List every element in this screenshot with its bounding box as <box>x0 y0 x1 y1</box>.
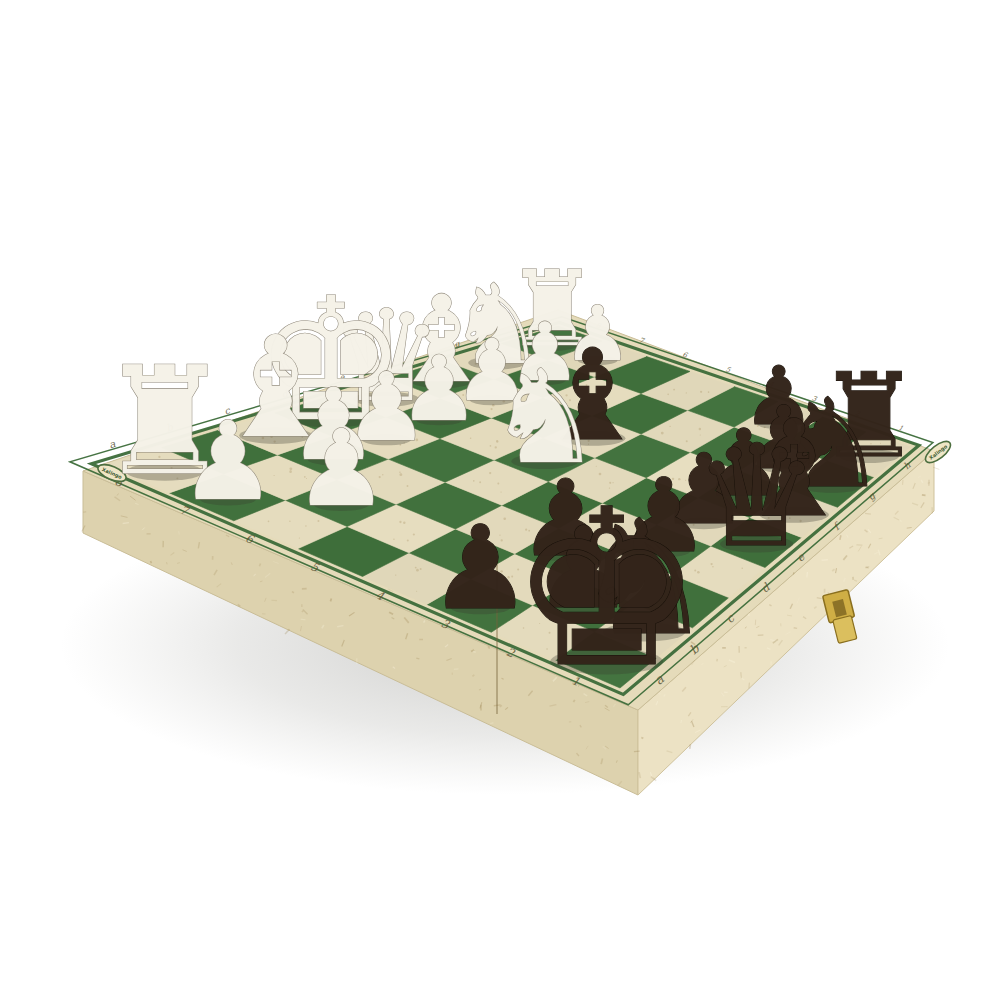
wood-grain-fleck <box>922 495 926 496</box>
wood-grain-fleck <box>416 658 419 659</box>
square-fleck <box>395 574 396 575</box>
wood-grain-fleck <box>490 723 493 724</box>
wood-grain-fleck <box>681 720 682 723</box>
square-fleck <box>686 392 687 393</box>
square-fleck <box>289 521 290 522</box>
wood-grain-fleck <box>123 523 129 524</box>
square-fleck <box>420 568 422 570</box>
wood-grain-fleck <box>424 621 425 623</box>
chess-board-photo: 12345678abcdefghabcdefgh12345678XalingoX… <box>0 0 1000 1000</box>
wood-grain-fleck <box>151 561 152 563</box>
square-fleck <box>673 389 675 391</box>
square-fleck <box>416 569 419 572</box>
wood-grain-fleck <box>292 592 294 593</box>
square-fleck <box>399 471 400 472</box>
wood-grain-fleck <box>634 751 640 752</box>
square-fleck <box>667 394 669 396</box>
square-fleck <box>413 533 415 535</box>
white-pawn-a7: ♟ <box>179 398 277 525</box>
wood-grain-fleck <box>473 652 476 653</box>
wood-grain-fleck <box>330 599 331 602</box>
white-pawn-b6: ♟ <box>294 407 389 530</box>
wood-grain-fleck <box>854 580 857 581</box>
square-fleck <box>299 537 300 538</box>
wood-grain-fleck <box>741 672 742 678</box>
square-fleck <box>403 522 405 524</box>
wood-grain-fleck <box>690 744 691 748</box>
square-fleck <box>700 391 702 393</box>
square-fleck <box>473 480 475 482</box>
square-fleck <box>393 539 394 540</box>
wood-grain-fleck <box>856 545 862 546</box>
square-fleck <box>407 485 409 487</box>
square-fleck <box>399 521 401 523</box>
square-fleck <box>416 591 417 592</box>
wood-grain-fleck <box>301 619 306 620</box>
square-fleck <box>407 539 409 541</box>
square-fleck <box>708 391 710 393</box>
black-king-a1: ♚ <box>509 463 703 715</box>
wood-grain-fleck <box>794 628 797 629</box>
square-fleck <box>415 567 417 569</box>
rank-label-far-5: 5 <box>725 365 732 374</box>
wood-grain-fleck <box>641 738 643 739</box>
product-photo-stage: Chess 12345678abcdefghabcdefgh12345678Xa… <box>0 0 1000 1000</box>
square-fleck <box>399 473 402 476</box>
wood-grain-fleck <box>259 563 260 566</box>
square-fleck <box>669 426 670 427</box>
square-fleck <box>479 481 481 483</box>
wood-grain-fleck <box>901 520 902 522</box>
